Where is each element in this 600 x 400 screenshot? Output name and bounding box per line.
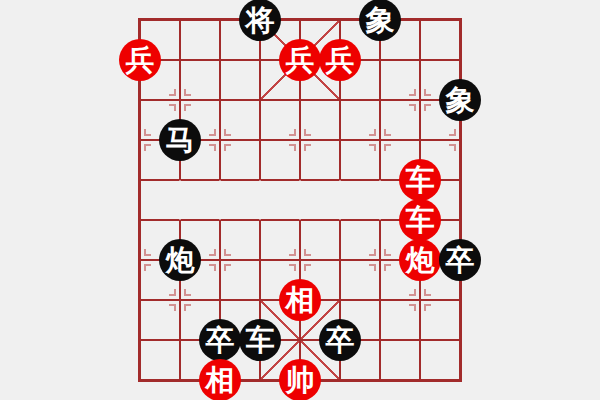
piece-red-chariot[interactable]: 车 bbox=[399, 159, 441, 201]
piece-red-soldier[interactable]: 兵 bbox=[119, 39, 161, 81]
piece-red-elephant[interactable]: 相 bbox=[199, 359, 241, 400]
piece-black-soldier[interactable]: 卒 bbox=[319, 319, 361, 361]
piece-red-soldier[interactable]: 兵 bbox=[319, 39, 361, 81]
piece-red-general[interactable]: 帅 bbox=[279, 359, 321, 400]
piece-black-horse[interactable]: 马 bbox=[159, 119, 201, 161]
piece-red-soldier[interactable]: 兵 bbox=[279, 39, 321, 81]
piece-red-chariot[interactable]: 车 bbox=[399, 199, 441, 241]
piece-red-elephant[interactable]: 相 bbox=[279, 279, 321, 321]
pieces-layer: 将象兵兵兵象马车车炮炮卒相卒车卒相帅 bbox=[0, 0, 600, 400]
piece-black-soldier[interactable]: 卒 bbox=[199, 319, 241, 361]
piece-black-elephant[interactable]: 象 bbox=[359, 0, 401, 41]
piece-red-cannon[interactable]: 炮 bbox=[399, 239, 441, 281]
piece-black-general[interactable]: 将 bbox=[239, 0, 281, 41]
piece-black-chariot[interactable]: 车 bbox=[239, 319, 281, 361]
piece-black-elephant[interactable]: 象 bbox=[439, 79, 481, 121]
piece-black-cannon[interactable]: 炮 bbox=[159, 239, 201, 281]
xiangqi-board-canvas: 将象兵兵兵象马车车炮炮卒相卒车卒相帅 bbox=[0, 0, 600, 400]
piece-black-soldier[interactable]: 卒 bbox=[439, 239, 481, 281]
